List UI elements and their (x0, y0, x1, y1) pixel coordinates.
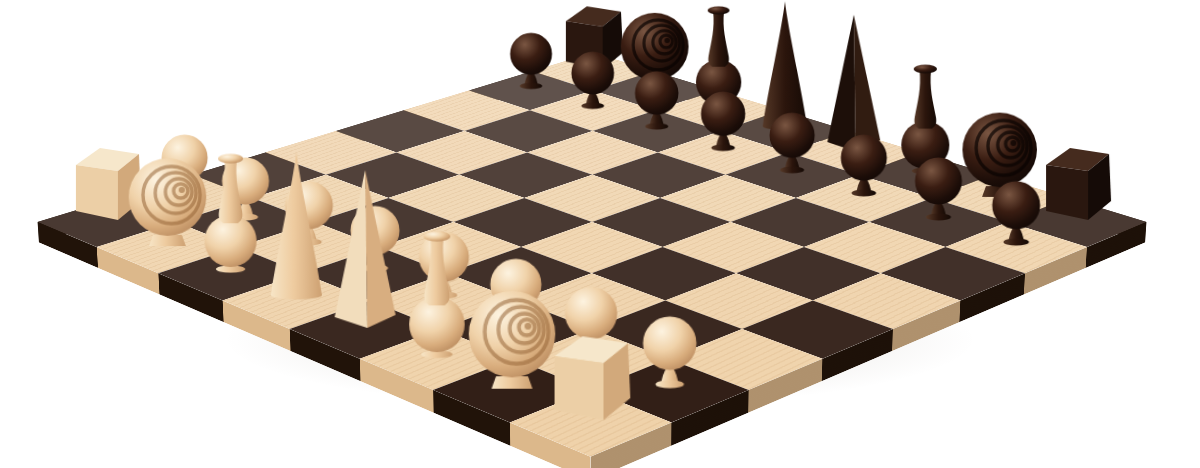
piece-white-king-e1 (331, 168, 398, 329)
piece-black-king-e8 (825, 13, 883, 153)
piece-white-knight-g1 (464, 283, 560, 390)
piece-white-rook-h1 (548, 327, 634, 423)
perspective-scene (0, 0, 1200, 468)
piece-white-knight-b1 (125, 151, 211, 247)
chess-board (38, 53, 1147, 457)
piece-black-pawn-b7 (567, 50, 618, 110)
piece-black-pawn-h7 (988, 180, 1045, 247)
piece-black-pawn-f7 (836, 133, 891, 198)
piece-black-pawn-e7 (765, 111, 819, 174)
piece-white-bishop-f1 (404, 228, 471, 359)
piece-black-pawn-a7 (506, 32, 556, 91)
piece-black-pawn-c7 (631, 70, 683, 131)
chess-photo-stage (0, 0, 1200, 468)
piece-white-bishop-c1 (199, 150, 262, 273)
piece-black-rook-h8 (1040, 140, 1114, 222)
piece-black-pawn-d7 (697, 90, 750, 152)
piece-black-pawn-g7 (910, 156, 966, 222)
piece-white-queen-d1 (267, 149, 327, 300)
piece-white-pawn-h2 (638, 315, 702, 390)
